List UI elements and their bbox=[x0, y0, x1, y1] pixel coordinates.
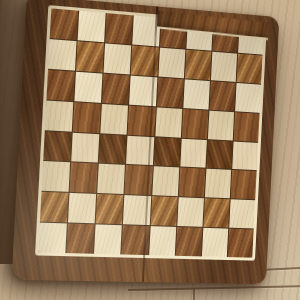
square-r4c4 bbox=[153, 137, 180, 167]
square-r1c2 bbox=[104, 43, 132, 74]
square-r0c2 bbox=[105, 13, 133, 44]
square-r5c0 bbox=[42, 161, 71, 192]
square-r7c5 bbox=[175, 227, 202, 256]
square-r1c7 bbox=[237, 54, 263, 84]
table-plank-seam bbox=[128, 285, 300, 291]
square-r6c2 bbox=[96, 194, 124, 224]
square-r2c1 bbox=[75, 71, 103, 102]
square-r4c5 bbox=[180, 138, 207, 168]
square-r5c2 bbox=[97, 164, 125, 194]
square-r1c1 bbox=[76, 41, 104, 72]
square-r5c5 bbox=[178, 168, 205, 198]
square-r2c4 bbox=[156, 77, 183, 107]
square-r1c4 bbox=[158, 47, 185, 78]
square-r5c6 bbox=[205, 169, 231, 198]
square-r2c5 bbox=[183, 79, 210, 109]
square-r0c1 bbox=[78, 11, 106, 42]
square-r3c0 bbox=[45, 100, 74, 131]
square-r5c4 bbox=[152, 167, 179, 197]
square-r1c6 bbox=[211, 52, 237, 82]
photo-scene bbox=[0, 0, 300, 300]
table-plank-joint bbox=[193, 288, 195, 300]
square-r1c0 bbox=[48, 39, 77, 70]
chess-board bbox=[12, 0, 280, 284]
square-r4c7 bbox=[232, 141, 258, 170]
square-r6c4 bbox=[150, 196, 177, 226]
square-r3c2 bbox=[101, 104, 129, 135]
square-r7c7 bbox=[228, 229, 254, 258]
square-r3c1 bbox=[73, 102, 101, 133]
square-r3c4 bbox=[155, 107, 182, 137]
square-r7c0 bbox=[38, 223, 67, 253]
square-r7c1 bbox=[66, 224, 94, 254]
square-r6c6 bbox=[203, 198, 229, 227]
square-r4c0 bbox=[43, 131, 72, 162]
square-r2c0 bbox=[46, 70, 75, 101]
square-r7c6 bbox=[202, 228, 228, 257]
square-r2c7 bbox=[235, 83, 261, 113]
square-r1c5 bbox=[185, 50, 212, 80]
square-r2c2 bbox=[102, 73, 130, 104]
square-r6c5 bbox=[177, 197, 204, 226]
square-r2c6 bbox=[209, 81, 235, 111]
square-r3c7 bbox=[234, 112, 260, 142]
square-r6c7 bbox=[229, 200, 255, 229]
square-r7c2 bbox=[94, 225, 122, 255]
square-r4c2 bbox=[99, 134, 127, 164]
square-r6c1 bbox=[68, 193, 96, 223]
square-r0c0 bbox=[50, 8, 79, 40]
square-r6c0 bbox=[40, 192, 69, 223]
square-r4c6 bbox=[206, 140, 232, 170]
square-r3c6 bbox=[208, 110, 234, 140]
square-r5c1 bbox=[70, 163, 98, 193]
square-r3c5 bbox=[181, 109, 208, 139]
square-r4c1 bbox=[71, 132, 99, 163]
square-r5c7 bbox=[231, 170, 257, 199]
square-r7c4 bbox=[149, 226, 176, 256]
